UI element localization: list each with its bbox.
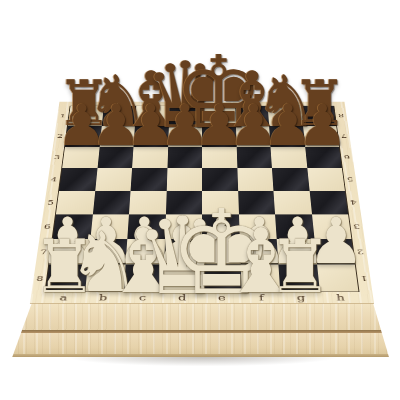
box-bottom-edge	[10, 354, 392, 357]
square-a4[interactable]	[59, 168, 97, 191]
chess-set-photo: abcdefgh 12345678 87654321 ♜♞♝♛♚♝♞♜♟♟♟♟♟…	[0, 0, 400, 400]
box-lower-slab	[10, 333, 392, 354]
square-g4[interactable]	[272, 168, 309, 191]
square-c4[interactable]	[131, 168, 167, 191]
piece-light-rook-g8[interactable]: ♜	[267, 230, 333, 303]
rank-label-right-5: 5	[343, 168, 358, 191]
square-h4[interactable]	[307, 168, 345, 191]
square-b4[interactable]	[95, 168, 132, 191]
piece-dark-pawn-h2[interactable]: ♟	[297, 98, 348, 155]
